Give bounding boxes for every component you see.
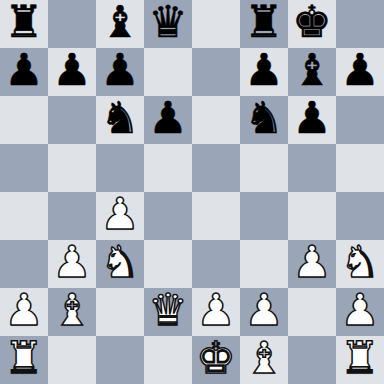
square-c1[interactable] (96, 336, 144, 384)
square-g8[interactable]: ♚ (288, 0, 336, 48)
square-g7[interactable]: ♝ (288, 48, 336, 96)
square-f5[interactable] (240, 144, 288, 192)
square-h7[interactable]: ♟ (336, 48, 384, 96)
square-d7[interactable] (144, 48, 192, 96)
piece-white-pawn[interactable]: ♟ (100, 192, 139, 238)
square-g2[interactable] (288, 288, 336, 336)
piece-white-pawn[interactable]: ♟ (340, 288, 379, 334)
square-c2[interactable] (96, 288, 144, 336)
square-e6[interactable] (192, 96, 240, 144)
square-h8[interactable] (336, 0, 384, 48)
square-f6[interactable]: ♞ (240, 96, 288, 144)
square-h2[interactable]: ♟ (336, 288, 384, 336)
square-e1[interactable]: ♚ (192, 336, 240, 384)
square-c4[interactable]: ♟ (96, 192, 144, 240)
piece-black-bishop[interactable]: ♝ (292, 48, 331, 94)
square-c6[interactable]: ♞ (96, 96, 144, 144)
piece-black-bishop[interactable]: ♝ (100, 0, 139, 46)
piece-black-pawn[interactable]: ♟ (292, 96, 331, 142)
square-d1[interactable] (144, 336, 192, 384)
square-h3[interactable]: ♞ (336, 240, 384, 288)
piece-white-knight[interactable]: ♞ (340, 240, 379, 286)
square-a3[interactable] (0, 240, 48, 288)
square-e5[interactable] (192, 144, 240, 192)
square-a1[interactable]: ♜ (0, 336, 48, 384)
piece-white-queen[interactable]: ♛ (148, 288, 187, 334)
square-d4[interactable] (144, 192, 192, 240)
square-a2[interactable]: ♟ (0, 288, 48, 336)
square-d6[interactable]: ♟ (144, 96, 192, 144)
square-e4[interactable] (192, 192, 240, 240)
square-e3[interactable] (192, 240, 240, 288)
piece-black-rook[interactable]: ♜ (244, 0, 283, 46)
chess-board: ♜♝♛♜♚♟♟♟♟♝♟♞♟♞♟♟♟♞♟♞♟♝♛♟♟♟♜♚♝♜ (0, 0, 384, 384)
square-c8[interactable]: ♝ (96, 0, 144, 48)
square-f7[interactable]: ♟ (240, 48, 288, 96)
square-f2[interactable]: ♟ (240, 288, 288, 336)
square-a6[interactable] (0, 96, 48, 144)
square-b6[interactable] (48, 96, 96, 144)
piece-white-pawn[interactable]: ♟ (4, 288, 43, 334)
square-g3[interactable]: ♟ (288, 240, 336, 288)
piece-black-rook[interactable]: ♜ (4, 0, 43, 46)
piece-white-king[interactable]: ♚ (196, 336, 235, 382)
square-g4[interactable] (288, 192, 336, 240)
square-f3[interactable] (240, 240, 288, 288)
piece-white-pawn[interactable]: ♟ (196, 288, 235, 334)
square-e8[interactable] (192, 0, 240, 48)
square-g1[interactable] (288, 336, 336, 384)
square-h1[interactable]: ♜ (336, 336, 384, 384)
square-c5[interactable] (96, 144, 144, 192)
piece-black-pawn[interactable]: ♟ (244, 48, 283, 94)
square-h5[interactable] (336, 144, 384, 192)
square-b5[interactable] (48, 144, 96, 192)
piece-white-rook[interactable]: ♜ (340, 336, 379, 382)
square-g5[interactable] (288, 144, 336, 192)
square-h4[interactable] (336, 192, 384, 240)
square-a4[interactable] (0, 192, 48, 240)
piece-black-knight[interactable]: ♞ (244, 96, 283, 142)
square-h6[interactable] (336, 96, 384, 144)
piece-black-king[interactable]: ♚ (292, 0, 331, 46)
piece-black-pawn[interactable]: ♟ (100, 48, 139, 94)
square-d2[interactable]: ♛ (144, 288, 192, 336)
square-f1[interactable]: ♝ (240, 336, 288, 384)
square-g6[interactable]: ♟ (288, 96, 336, 144)
square-e2[interactable]: ♟ (192, 288, 240, 336)
square-b8[interactable] (48, 0, 96, 48)
square-a5[interactable] (0, 144, 48, 192)
piece-white-rook[interactable]: ♜ (4, 336, 43, 382)
square-b7[interactable]: ♟ (48, 48, 96, 96)
square-c3[interactable]: ♞ (96, 240, 144, 288)
square-d8[interactable]: ♛ (144, 0, 192, 48)
piece-white-pawn[interactable]: ♟ (52, 240, 91, 286)
square-f8[interactable]: ♜ (240, 0, 288, 48)
piece-black-pawn[interactable]: ♟ (4, 48, 43, 94)
square-d3[interactable] (144, 240, 192, 288)
square-c7[interactable]: ♟ (96, 48, 144, 96)
piece-white-bishop[interactable]: ♝ (52, 288, 91, 334)
piece-black-pawn[interactable]: ♟ (52, 48, 91, 94)
square-f4[interactable] (240, 192, 288, 240)
piece-black-queen[interactable]: ♛ (148, 0, 187, 46)
square-a7[interactable]: ♟ (0, 48, 48, 96)
piece-black-pawn[interactable]: ♟ (340, 48, 379, 94)
piece-white-knight[interactable]: ♞ (100, 240, 139, 286)
piece-black-pawn[interactable]: ♟ (148, 96, 187, 142)
piece-black-knight[interactable]: ♞ (100, 96, 139, 142)
square-d5[interactable] (144, 144, 192, 192)
piece-white-pawn[interactable]: ♟ (244, 288, 283, 334)
piece-white-bishop[interactable]: ♝ (244, 336, 283, 382)
square-b2[interactable]: ♝ (48, 288, 96, 336)
square-b1[interactable] (48, 336, 96, 384)
square-a8[interactable]: ♜ (0, 0, 48, 48)
square-e7[interactable] (192, 48, 240, 96)
piece-white-pawn[interactable]: ♟ (292, 240, 331, 286)
square-b4[interactable] (48, 192, 96, 240)
square-b3[interactable]: ♟ (48, 240, 96, 288)
